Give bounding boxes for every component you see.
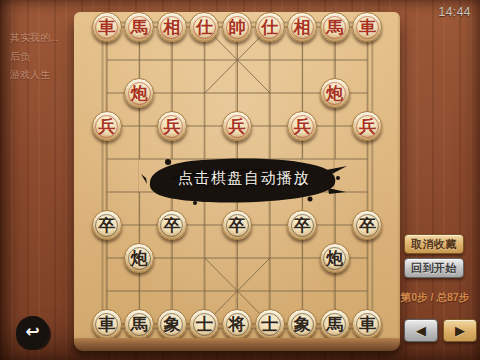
board-cell: 仕 [253, 11, 286, 44]
board-cell: 車 [351, 308, 384, 341]
board-cell [156, 77, 189, 110]
piece-red: 帥 [222, 12, 252, 42]
board-cell [156, 242, 189, 275]
board-cell: 卒 [221, 209, 254, 242]
board-cell [188, 77, 221, 110]
piece-black: 卒 [157, 210, 187, 240]
board-cell [123, 110, 156, 143]
piece-red: 車 [92, 12, 122, 42]
board-cell [156, 275, 189, 308]
board-cell [351, 176, 384, 209]
board-cell [156, 44, 189, 77]
board-cell [319, 275, 352, 308]
board-cell [286, 44, 319, 77]
piece-black: 将 [222, 309, 252, 339]
board-cell [351, 275, 384, 308]
piece-red: 車 [352, 12, 382, 42]
record-title: 其实我的... [10, 29, 74, 48]
record-info-panel: 其实我的... 后负 游戏人生 [10, 29, 74, 85]
piece-red: 炮 [320, 78, 350, 108]
board-cell: 車 [351, 11, 384, 44]
piece-black: 炮 [320, 243, 350, 273]
board-cell: 兵 [90, 110, 123, 143]
board-cell: 卒 [286, 209, 319, 242]
board-cell [90, 176, 123, 209]
board-edge [74, 338, 400, 351]
back-to-start-button-label: 回到开始 [411, 261, 457, 276]
piece-black: 象 [287, 309, 317, 339]
clock: 14:44 [438, 5, 471, 19]
piece-black: 象 [157, 309, 187, 339]
board-cell: 炮 [319, 77, 352, 110]
piece-red: 相 [157, 12, 187, 42]
board-cell: 炮 [319, 242, 352, 275]
board-cell: 兵 [221, 110, 254, 143]
prev-arrow-icon: ◀ [416, 323, 426, 338]
board-cell [286, 242, 319, 275]
piece-black: 炮 [124, 243, 154, 273]
board-cell [90, 143, 123, 176]
unfavorite-button[interactable]: 取消收藏 [404, 234, 464, 254]
board-cell [221, 44, 254, 77]
board-cell [351, 44, 384, 77]
piece-black: 車 [352, 309, 382, 339]
record-opponent: 游戏人生 [10, 66, 74, 85]
board-cell [319, 44, 352, 77]
board-cell: 馬 [319, 11, 352, 44]
board-cell: 卒 [156, 209, 189, 242]
board-cell: 兵 [156, 110, 189, 143]
board-cell: 馬 [319, 308, 352, 341]
board-cell [221, 77, 254, 110]
board-cell [188, 44, 221, 77]
piece-black: 卒 [352, 210, 382, 240]
board-cell: 象 [286, 308, 319, 341]
board-cell [351, 77, 384, 110]
board-cell: 士 [188, 308, 221, 341]
back-button[interactable]: ↩ [16, 316, 49, 349]
piece-black: 士 [255, 309, 285, 339]
board-cell [351, 143, 384, 176]
board-cell [351, 242, 384, 275]
next-move-button[interactable]: ▶ [443, 319, 477, 342]
autoplay-hint: 点击棋盘自动播放 [148, 169, 340, 188]
board-cell: 卒 [90, 209, 123, 242]
board-cell [90, 275, 123, 308]
board-cell: 仕 [188, 11, 221, 44]
board-cell [188, 242, 221, 275]
next-arrow-icon: ▶ [455, 323, 465, 338]
board-cell [253, 209, 286, 242]
piece-red: 兵 [352, 111, 382, 141]
board-cell: 車 [90, 11, 123, 44]
board-cell [319, 209, 352, 242]
piece-red: 相 [287, 12, 317, 42]
piece-black: 卒 [92, 210, 122, 240]
board-cell [90, 77, 123, 110]
board-cell [90, 242, 123, 275]
board-cell: 相 [156, 11, 189, 44]
piece-black: 卒 [287, 210, 317, 240]
piece-red: 馬 [320, 12, 350, 42]
board-cell: 象 [156, 308, 189, 341]
piece-red: 仕 [189, 12, 219, 42]
unfavorite-button-label: 取消收藏 [411, 237, 457, 252]
piece-red: 兵 [222, 111, 252, 141]
piece-red: 兵 [287, 111, 317, 141]
board-cell [286, 77, 319, 110]
board-cell [253, 77, 286, 110]
piece-red: 炮 [124, 78, 154, 108]
board-cell: 帥 [221, 11, 254, 44]
board-cell [253, 242, 286, 275]
board-cell [188, 275, 221, 308]
board-cell: 士 [253, 308, 286, 341]
board-cell [188, 209, 221, 242]
piece-black: 士 [189, 309, 219, 339]
piece-black: 卒 [222, 210, 252, 240]
board-cell [253, 44, 286, 77]
board-cell: 兵 [286, 110, 319, 143]
board-cell [221, 242, 254, 275]
piece-black: 馬 [124, 309, 154, 339]
board-cell [123, 44, 156, 77]
piece-red: 仕 [255, 12, 285, 42]
back-arrow-icon: ↩ [16, 315, 49, 348]
game-screen: 14:44 其实我的... 后负 游戏人生 車馬相仕帥仕相馬車炮炮兵兵兵兵兵卒卒… [0, 0, 480, 360]
board-cell: 兵 [351, 110, 384, 143]
board-cell [286, 275, 319, 308]
board-cell [253, 110, 286, 143]
board-cell: 車 [90, 308, 123, 341]
piece-red: 兵 [92, 111, 122, 141]
board-cell: 馬 [123, 308, 156, 341]
board-cell: 相 [286, 11, 319, 44]
back-to-start-button[interactable]: 回到开始 [404, 258, 464, 278]
piece-black: 馬 [320, 309, 350, 339]
board-cell: 炮 [123, 242, 156, 275]
board-cell [90, 44, 123, 77]
board-cell [188, 110, 221, 143]
board-cell: 炮 [123, 77, 156, 110]
board-cell: 将 [221, 308, 254, 341]
step-counter: 第0步 / 总87步 [392, 291, 478, 305]
piece-red: 兵 [157, 111, 187, 141]
record-result: 后负 [10, 48, 74, 67]
board-cell [253, 275, 286, 308]
prev-move-button[interactable]: ◀ [404, 319, 438, 342]
board-cell: 馬 [123, 11, 156, 44]
board-cell [319, 110, 352, 143]
board-cell [123, 209, 156, 242]
piece-red: 馬 [124, 12, 154, 42]
piece-black: 車 [92, 309, 122, 339]
board-cell [123, 275, 156, 308]
board-cell: 卒 [351, 209, 384, 242]
board-cell [221, 275, 254, 308]
